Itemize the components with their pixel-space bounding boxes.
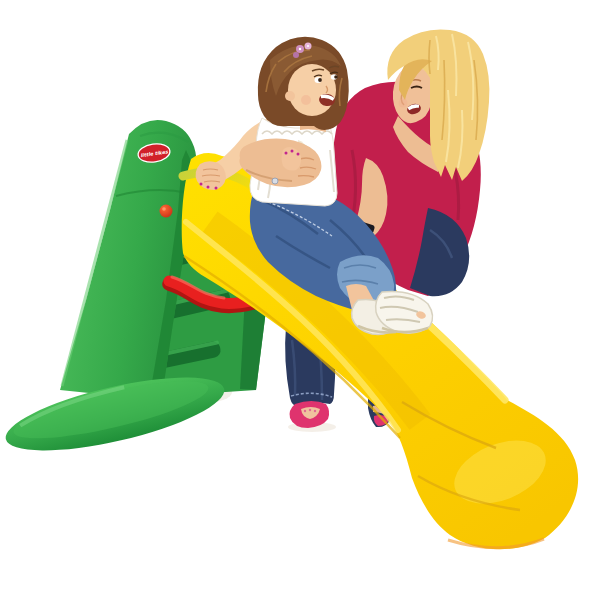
product-photo: little tikes xyxy=(0,0,600,600)
woman-blush xyxy=(399,99,408,108)
lock-button xyxy=(160,205,173,218)
child-face xyxy=(288,64,336,116)
lock-button-shine xyxy=(162,207,166,211)
ring xyxy=(272,178,278,184)
photo-illustration: little tikes xyxy=(0,0,600,600)
child-ear xyxy=(285,91,295,101)
child-blush xyxy=(301,95,311,105)
